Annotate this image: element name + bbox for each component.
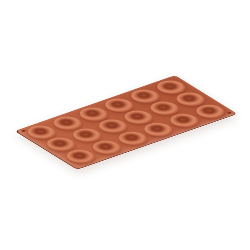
product-photo	[0, 0, 250, 250]
silicone-mold	[14, 75, 238, 170]
